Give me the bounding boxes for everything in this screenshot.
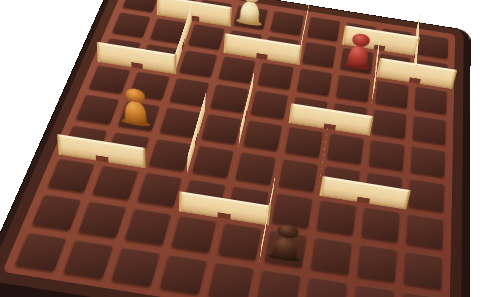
- square: [344, 22, 376, 47]
- square: [251, 90, 289, 119]
- square: [256, 269, 300, 297]
- square: [297, 68, 332, 96]
- square: [63, 240, 113, 280]
- square: [92, 165, 138, 200]
- square: [159, 0, 195, 18]
- square: [48, 158, 95, 192]
- square: [291, 96, 328, 125]
- square: [32, 194, 81, 231]
- square: [404, 251, 443, 289]
- square: [111, 247, 160, 287]
- square: [413, 115, 446, 145]
- square: [307, 16, 340, 41]
- square: [226, 30, 262, 56]
- square: [381, 28, 412, 53]
- square: [317, 200, 357, 236]
- square: [411, 146, 446, 178]
- quoridor-board: [0, 0, 470, 297]
- square: [137, 172, 182, 207]
- pawn-shape: [266, 221, 307, 263]
- square: [302, 41, 336, 67]
- square: [125, 208, 172, 245]
- square: [201, 114, 241, 145]
- square: [264, 36, 299, 62]
- square: [218, 223, 262, 261]
- square: [233, 5, 268, 30]
- square: [361, 207, 399, 243]
- square: [285, 126, 323, 157]
- square: [258, 62, 294, 90]
- square: [243, 120, 282, 151]
- square: [375, 80, 408, 108]
- square: [235, 152, 276, 185]
- square: [378, 53, 410, 80]
- square: [332, 103, 368, 133]
- square: [418, 34, 448, 59]
- square: [101, 38, 141, 65]
- square: [112, 12, 151, 38]
- fence-v3: [412, 32, 415, 82]
- square: [279, 159, 318, 192]
- square: [188, 24, 225, 50]
- square: [340, 47, 373, 73]
- square: [311, 237, 352, 275]
- square: [160, 254, 207, 294]
- square: [179, 50, 217, 77]
- square: [414, 86, 446, 114]
- square: [357, 244, 397, 282]
- square: [369, 139, 405, 171]
- square: [210, 84, 249, 113]
- square: [336, 74, 370, 102]
- square: [140, 44, 179, 71]
- square: [408, 179, 444, 213]
- square: [416, 59, 447, 86]
- square: [353, 284, 395, 297]
- square: [192, 145, 234, 178]
- square: [15, 232, 67, 271]
- pawn-shape: [119, 85, 152, 127]
- scene: [26, 0, 480, 297]
- square: [123, 0, 160, 12]
- square: [78, 201, 126, 238]
- square: [171, 215, 216, 252]
- square: [401, 291, 441, 297]
- square: [76, 94, 119, 124]
- square: [305, 277, 348, 297]
- square: [406, 214, 443, 250]
- square: [270, 11, 304, 36]
- square: [327, 133, 364, 164]
- square: [218, 56, 255, 83]
- square: [196, 0, 232, 24]
- square: [372, 109, 406, 139]
- square: [149, 139, 192, 172]
- square: [208, 262, 254, 297]
- square: [150, 18, 188, 44]
